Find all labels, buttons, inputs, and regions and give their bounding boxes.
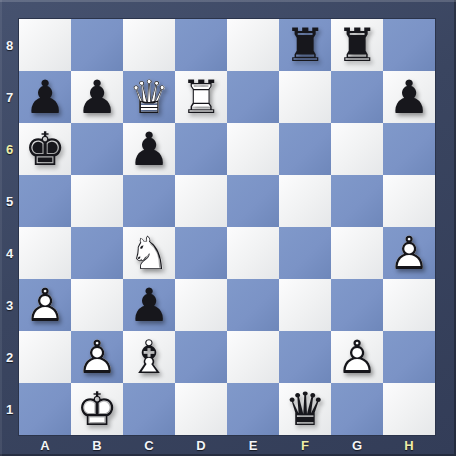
square-b5[interactable] [71, 175, 123, 227]
square-h6[interactable] [383, 123, 435, 175]
square-f8[interactable]: ♜ [279, 19, 331, 71]
piece-black-pawn-c3[interactable]: ♟ [123, 279, 175, 331]
square-a7[interactable]: ♟ [19, 71, 71, 123]
square-c6[interactable]: ♟ [123, 123, 175, 175]
square-g8[interactable]: ♜ [331, 19, 383, 71]
square-h2[interactable] [383, 331, 435, 383]
square-h5[interactable] [383, 175, 435, 227]
square-f4[interactable] [279, 227, 331, 279]
piece-black-pawn-c6[interactable]: ♟ [123, 123, 175, 175]
piece-black-king-a6[interactable]: ♚ [19, 123, 71, 175]
square-e8[interactable] [227, 19, 279, 71]
square-e6[interactable] [227, 123, 279, 175]
square-a2[interactable] [19, 331, 71, 383]
rank-label-5: 5 [0, 175, 19, 227]
rank-label-2: 2 [0, 331, 19, 383]
square-f2[interactable] [279, 331, 331, 383]
square-b2[interactable]: ♟♙ [71, 331, 123, 383]
square-c8[interactable] [123, 19, 175, 71]
square-f7[interactable] [279, 71, 331, 123]
file-labels: ABCDEFGH [19, 435, 435, 456]
square-d8[interactable] [175, 19, 227, 71]
square-a4[interactable] [19, 227, 71, 279]
square-c2[interactable]: ♝♗ [123, 331, 175, 383]
square-a1[interactable] [19, 383, 71, 435]
rank-label-7: 7 [0, 71, 19, 123]
square-b1[interactable]: ♚♔ [71, 383, 123, 435]
chess-board-frame: 87654321 ♜♜♟♟♛♕♜♖♟♚♟♞♘♟♙♟♙♟♟♙♝♗♟♙♚♔♛ ABC… [0, 0, 456, 456]
square-a5[interactable] [19, 175, 71, 227]
square-d3[interactable] [175, 279, 227, 331]
square-b8[interactable] [71, 19, 123, 71]
square-h7[interactable]: ♟ [383, 71, 435, 123]
square-g6[interactable] [331, 123, 383, 175]
square-c3[interactable]: ♟ [123, 279, 175, 331]
square-b4[interactable] [71, 227, 123, 279]
square-f1[interactable]: ♛ [279, 383, 331, 435]
square-g7[interactable] [331, 71, 383, 123]
square-g1[interactable] [331, 383, 383, 435]
piece-white-pawn-b2[interactable]: ♟♙ [71, 331, 123, 383]
square-b7[interactable]: ♟ [71, 71, 123, 123]
square-a3[interactable]: ♟♙ [19, 279, 71, 331]
square-c1[interactable] [123, 383, 175, 435]
square-e2[interactable] [227, 331, 279, 383]
square-c4[interactable]: ♞♘ [123, 227, 175, 279]
piece-white-queen-c7[interactable]: ♛♕ [123, 71, 175, 123]
piece-white-rook-d7[interactable]: ♜♖ [175, 71, 227, 123]
square-b6[interactable] [71, 123, 123, 175]
square-f5[interactable] [279, 175, 331, 227]
square-d6[interactable] [175, 123, 227, 175]
file-label-e: E [227, 435, 279, 456]
rank-label-3: 3 [0, 279, 19, 331]
square-e3[interactable] [227, 279, 279, 331]
rank-label-6: 6 [0, 123, 19, 175]
board-grid: ♜♜♟♟♛♕♜♖♟♚♟♞♘♟♙♟♙♟♟♙♝♗♟♙♚♔♛ [19, 19, 435, 435]
piece-black-pawn-a7[interactable]: ♟ [19, 71, 71, 123]
rank-label-1: 1 [0, 383, 19, 435]
square-d7[interactable]: ♜♖ [175, 71, 227, 123]
piece-black-rook-f8[interactable]: ♜ [279, 19, 331, 71]
square-h4[interactable]: ♟♙ [383, 227, 435, 279]
rank-label-4: 4 [0, 227, 19, 279]
square-a8[interactable] [19, 19, 71, 71]
file-label-c: C [123, 435, 175, 456]
file-label-f: F [279, 435, 331, 456]
piece-white-bishop-c2[interactable]: ♝♗ [123, 331, 175, 383]
square-g2[interactable]: ♟♙ [331, 331, 383, 383]
square-h3[interactable] [383, 279, 435, 331]
square-f6[interactable] [279, 123, 331, 175]
piece-white-knight-c4[interactable]: ♞♘ [123, 227, 175, 279]
file-label-h: H [383, 435, 435, 456]
rank-label-8: 8 [0, 19, 19, 71]
piece-white-pawn-g2[interactable]: ♟♙ [331, 331, 383, 383]
piece-black-pawn-h7[interactable]: ♟ [383, 71, 435, 123]
piece-white-pawn-a3[interactable]: ♟♙ [19, 279, 71, 331]
square-a6[interactable]: ♚ [19, 123, 71, 175]
square-g4[interactable] [331, 227, 383, 279]
piece-white-king-b1[interactable]: ♚♔ [71, 383, 123, 435]
square-e7[interactable] [227, 71, 279, 123]
square-e5[interactable] [227, 175, 279, 227]
square-h1[interactable] [383, 383, 435, 435]
square-c7[interactable]: ♛♕ [123, 71, 175, 123]
piece-black-pawn-b7[interactable]: ♟ [71, 71, 123, 123]
square-d4[interactable] [175, 227, 227, 279]
square-d2[interactable] [175, 331, 227, 383]
square-g5[interactable] [331, 175, 383, 227]
file-label-g: G [331, 435, 383, 456]
square-b3[interactable] [71, 279, 123, 331]
square-f3[interactable] [279, 279, 331, 331]
square-e4[interactable] [227, 227, 279, 279]
square-g3[interactable] [331, 279, 383, 331]
square-c5[interactable] [123, 175, 175, 227]
piece-black-rook-g8[interactable]: ♜ [331, 19, 383, 71]
piece-black-queen-f1[interactable]: ♛ [279, 383, 331, 435]
square-d5[interactable] [175, 175, 227, 227]
file-label-b: B [71, 435, 123, 456]
piece-white-pawn-h4[interactable]: ♟♙ [383, 227, 435, 279]
square-d1[interactable] [175, 383, 227, 435]
file-label-a: A [19, 435, 71, 456]
file-label-d: D [175, 435, 227, 456]
square-h8[interactable] [383, 19, 435, 71]
rank-labels: 87654321 [0, 19, 19, 435]
square-e1[interactable] [227, 383, 279, 435]
